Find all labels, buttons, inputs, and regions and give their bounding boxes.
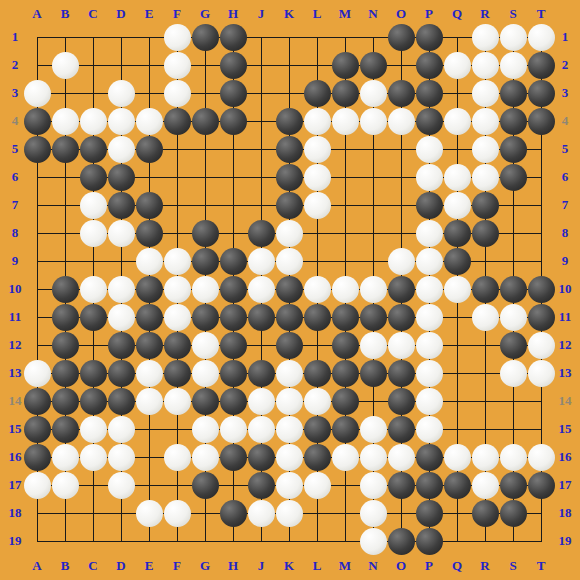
intersection-E6[interactable] (135, 163, 163, 191)
intersection-T3[interactable] (527, 79, 555, 107)
intersection-J7[interactable] (247, 191, 275, 219)
intersection-F16[interactable] (163, 443, 191, 471)
intersection-C7[interactable] (79, 191, 107, 219)
intersection-E19[interactable] (135, 527, 163, 555)
intersection-Q11[interactable] (443, 303, 471, 331)
intersection-J6[interactable] (247, 163, 275, 191)
intersection-P16[interactable] (415, 443, 443, 471)
intersection-L10[interactable] (303, 275, 331, 303)
intersection-D1[interactable] (107, 23, 135, 51)
intersection-D2[interactable] (107, 51, 135, 79)
intersection-S19[interactable] (499, 527, 527, 555)
intersection-B18[interactable] (51, 499, 79, 527)
intersection-H6[interactable] (219, 163, 247, 191)
intersection-E8[interactable] (135, 219, 163, 247)
intersection-A11[interactable] (23, 303, 51, 331)
intersection-J18[interactable] (247, 499, 275, 527)
intersection-D9[interactable] (107, 247, 135, 275)
intersection-Q6[interactable] (443, 163, 471, 191)
intersection-Q1[interactable] (443, 23, 471, 51)
intersection-G8[interactable] (191, 219, 219, 247)
intersection-D12[interactable] (107, 331, 135, 359)
intersection-F12[interactable] (163, 331, 191, 359)
intersection-R14[interactable] (471, 387, 499, 415)
intersection-K8[interactable] (275, 219, 303, 247)
intersection-M5[interactable] (331, 135, 359, 163)
intersection-P5[interactable] (415, 135, 443, 163)
intersection-A19[interactable] (23, 527, 51, 555)
intersection-P18[interactable] (415, 499, 443, 527)
intersection-C13[interactable] (79, 359, 107, 387)
intersection-R10[interactable] (471, 275, 499, 303)
intersection-P7[interactable] (415, 191, 443, 219)
intersection-O4[interactable] (387, 107, 415, 135)
intersection-P17[interactable] (415, 471, 443, 499)
intersection-M6[interactable] (331, 163, 359, 191)
intersection-F4[interactable] (163, 107, 191, 135)
intersection-H18[interactable] (219, 499, 247, 527)
intersection-G5[interactable] (191, 135, 219, 163)
intersection-H1[interactable] (219, 23, 247, 51)
intersection-F5[interactable] (163, 135, 191, 163)
intersection-Q10[interactable] (443, 275, 471, 303)
intersection-D7[interactable] (107, 191, 135, 219)
intersection-C16[interactable] (79, 443, 107, 471)
intersection-A8[interactable] (23, 219, 51, 247)
intersection-G12[interactable] (191, 331, 219, 359)
intersection-N5[interactable] (359, 135, 387, 163)
intersection-A3[interactable] (23, 79, 51, 107)
intersection-D18[interactable] (107, 499, 135, 527)
intersection-P19[interactable] (415, 527, 443, 555)
intersection-A17[interactable] (23, 471, 51, 499)
intersection-A18[interactable] (23, 499, 51, 527)
intersection-L4[interactable] (303, 107, 331, 135)
intersection-E2[interactable] (135, 51, 163, 79)
intersection-P10[interactable] (415, 275, 443, 303)
intersection-G7[interactable] (191, 191, 219, 219)
intersection-M7[interactable] (331, 191, 359, 219)
intersection-A6[interactable] (23, 163, 51, 191)
intersection-O15[interactable] (387, 415, 415, 443)
intersection-F7[interactable] (163, 191, 191, 219)
intersection-E15[interactable] (135, 415, 163, 443)
intersection-P2[interactable] (415, 51, 443, 79)
intersection-E4[interactable] (135, 107, 163, 135)
intersection-L14[interactable] (303, 387, 331, 415)
intersection-S15[interactable] (499, 415, 527, 443)
intersection-P8[interactable] (415, 219, 443, 247)
intersection-A7[interactable] (23, 191, 51, 219)
intersection-G18[interactable] (191, 499, 219, 527)
intersection-S3[interactable] (499, 79, 527, 107)
intersection-N18[interactable] (359, 499, 387, 527)
intersection-Q19[interactable] (443, 527, 471, 555)
intersection-R5[interactable] (471, 135, 499, 163)
intersection-C14[interactable] (79, 387, 107, 415)
intersection-C8[interactable] (79, 219, 107, 247)
intersection-N3[interactable] (359, 79, 387, 107)
intersection-R12[interactable] (471, 331, 499, 359)
intersection-H17[interactable] (219, 471, 247, 499)
intersection-K7[interactable] (275, 191, 303, 219)
intersection-Q9[interactable] (443, 247, 471, 275)
intersection-N7[interactable] (359, 191, 387, 219)
intersection-E17[interactable] (135, 471, 163, 499)
intersection-M17[interactable] (331, 471, 359, 499)
intersection-G1[interactable] (191, 23, 219, 51)
intersection-F9[interactable] (163, 247, 191, 275)
intersection-K19[interactable] (275, 527, 303, 555)
intersection-S4[interactable] (499, 107, 527, 135)
intersection-G4[interactable] (191, 107, 219, 135)
intersection-J4[interactable] (247, 107, 275, 135)
intersection-F15[interactable] (163, 415, 191, 443)
intersection-H14[interactable] (219, 387, 247, 415)
intersection-T6[interactable] (527, 163, 555, 191)
intersection-B1[interactable] (51, 23, 79, 51)
intersection-R2[interactable] (471, 51, 499, 79)
intersection-D13[interactable] (107, 359, 135, 387)
intersection-M4[interactable] (331, 107, 359, 135)
intersection-H9[interactable] (219, 247, 247, 275)
intersection-H13[interactable] (219, 359, 247, 387)
intersection-O19[interactable] (387, 527, 415, 555)
intersection-T7[interactable] (527, 191, 555, 219)
intersection-C4[interactable] (79, 107, 107, 135)
intersection-P14[interactable] (415, 387, 443, 415)
intersection-K4[interactable] (275, 107, 303, 135)
intersection-H8[interactable] (219, 219, 247, 247)
intersection-T12[interactable] (527, 331, 555, 359)
intersection-S6[interactable] (499, 163, 527, 191)
intersection-N8[interactable] (359, 219, 387, 247)
intersection-L16[interactable] (303, 443, 331, 471)
intersection-E7[interactable] (135, 191, 163, 219)
intersection-R4[interactable] (471, 107, 499, 135)
intersection-G6[interactable] (191, 163, 219, 191)
intersection-E5[interactable] (135, 135, 163, 163)
intersection-M2[interactable] (331, 51, 359, 79)
intersection-T5[interactable] (527, 135, 555, 163)
intersection-H11[interactable] (219, 303, 247, 331)
intersection-S9[interactable] (499, 247, 527, 275)
intersection-G2[interactable] (191, 51, 219, 79)
intersection-O14[interactable] (387, 387, 415, 415)
intersection-H19[interactable] (219, 527, 247, 555)
intersection-C1[interactable] (79, 23, 107, 51)
intersection-N15[interactable] (359, 415, 387, 443)
intersection-J16[interactable] (247, 443, 275, 471)
intersection-A16[interactable] (23, 443, 51, 471)
intersection-P13[interactable] (415, 359, 443, 387)
intersection-J12[interactable] (247, 331, 275, 359)
intersection-S16[interactable] (499, 443, 527, 471)
intersection-M3[interactable] (331, 79, 359, 107)
intersection-C6[interactable] (79, 163, 107, 191)
intersection-S14[interactable] (499, 387, 527, 415)
intersection-E11[interactable] (135, 303, 163, 331)
intersection-M8[interactable] (331, 219, 359, 247)
intersection-O2[interactable] (387, 51, 415, 79)
intersection-E1[interactable] (135, 23, 163, 51)
intersection-H7[interactable] (219, 191, 247, 219)
intersection-B17[interactable] (51, 471, 79, 499)
intersection-M9[interactable] (331, 247, 359, 275)
intersection-J13[interactable] (247, 359, 275, 387)
intersection-R3[interactable] (471, 79, 499, 107)
intersection-G14[interactable] (191, 387, 219, 415)
intersection-R19[interactable] (471, 527, 499, 555)
intersection-S5[interactable] (499, 135, 527, 163)
intersection-S7[interactable] (499, 191, 527, 219)
intersection-D8[interactable] (107, 219, 135, 247)
intersection-P9[interactable] (415, 247, 443, 275)
intersection-K16[interactable] (275, 443, 303, 471)
intersection-R16[interactable] (471, 443, 499, 471)
intersection-M15[interactable] (331, 415, 359, 443)
intersection-T18[interactable] (527, 499, 555, 527)
intersection-B8[interactable] (51, 219, 79, 247)
intersection-L18[interactable] (303, 499, 331, 527)
intersection-K1[interactable] (275, 23, 303, 51)
intersection-F6[interactable] (163, 163, 191, 191)
intersection-S10[interactable] (499, 275, 527, 303)
intersection-A4[interactable] (23, 107, 51, 135)
intersection-O9[interactable] (387, 247, 415, 275)
intersection-O6[interactable] (387, 163, 415, 191)
intersection-M19[interactable] (331, 527, 359, 555)
intersection-M13[interactable] (331, 359, 359, 387)
intersection-M10[interactable] (331, 275, 359, 303)
intersection-T13[interactable] (527, 359, 555, 387)
intersection-L3[interactable] (303, 79, 331, 107)
intersection-J9[interactable] (247, 247, 275, 275)
intersection-K18[interactable] (275, 499, 303, 527)
intersection-O7[interactable] (387, 191, 415, 219)
intersection-L6[interactable] (303, 163, 331, 191)
intersection-K2[interactable] (275, 51, 303, 79)
intersection-F17[interactable] (163, 471, 191, 499)
intersection-A13[interactable] (23, 359, 51, 387)
intersection-B16[interactable] (51, 443, 79, 471)
intersection-K6[interactable] (275, 163, 303, 191)
intersection-D6[interactable] (107, 163, 135, 191)
intersection-S2[interactable] (499, 51, 527, 79)
intersection-B19[interactable] (51, 527, 79, 555)
intersection-Q12[interactable] (443, 331, 471, 359)
intersection-O12[interactable] (387, 331, 415, 359)
intersection-B3[interactable] (51, 79, 79, 107)
intersection-M11[interactable] (331, 303, 359, 331)
intersection-G19[interactable] (191, 527, 219, 555)
intersection-F3[interactable] (163, 79, 191, 107)
intersection-H16[interactable] (219, 443, 247, 471)
intersection-S13[interactable] (499, 359, 527, 387)
intersection-R7[interactable] (471, 191, 499, 219)
intersection-F13[interactable] (163, 359, 191, 387)
intersection-T9[interactable] (527, 247, 555, 275)
intersection-Q7[interactable] (443, 191, 471, 219)
intersection-F2[interactable] (163, 51, 191, 79)
board-intersections[interactable] (23, 23, 555, 555)
intersection-L15[interactable] (303, 415, 331, 443)
intersection-J11[interactable] (247, 303, 275, 331)
intersection-Q14[interactable] (443, 387, 471, 415)
intersection-T17[interactable] (527, 471, 555, 499)
intersection-R8[interactable] (471, 219, 499, 247)
intersection-D10[interactable] (107, 275, 135, 303)
intersection-F10[interactable] (163, 275, 191, 303)
intersection-S18[interactable] (499, 499, 527, 527)
intersection-N6[interactable] (359, 163, 387, 191)
intersection-L12[interactable] (303, 331, 331, 359)
intersection-R15[interactable] (471, 415, 499, 443)
intersection-C11[interactable] (79, 303, 107, 331)
intersection-B5[interactable] (51, 135, 79, 163)
intersection-J8[interactable] (247, 219, 275, 247)
intersection-P3[interactable] (415, 79, 443, 107)
intersection-T10[interactable] (527, 275, 555, 303)
intersection-O11[interactable] (387, 303, 415, 331)
intersection-B14[interactable] (51, 387, 79, 415)
intersection-K11[interactable] (275, 303, 303, 331)
intersection-N12[interactable] (359, 331, 387, 359)
intersection-G9[interactable] (191, 247, 219, 275)
intersection-M12[interactable] (331, 331, 359, 359)
intersection-C5[interactable] (79, 135, 107, 163)
intersection-T4[interactable] (527, 107, 555, 135)
intersection-L11[interactable] (303, 303, 331, 331)
intersection-G16[interactable] (191, 443, 219, 471)
intersection-A12[interactable] (23, 331, 51, 359)
intersection-D3[interactable] (107, 79, 135, 107)
intersection-P1[interactable] (415, 23, 443, 51)
intersection-C3[interactable] (79, 79, 107, 107)
intersection-R18[interactable] (471, 499, 499, 527)
intersection-L2[interactable] (303, 51, 331, 79)
intersection-F14[interactable] (163, 387, 191, 415)
intersection-R9[interactable] (471, 247, 499, 275)
intersection-K9[interactable] (275, 247, 303, 275)
intersection-K13[interactable] (275, 359, 303, 387)
intersection-M14[interactable] (331, 387, 359, 415)
intersection-R11[interactable] (471, 303, 499, 331)
intersection-L7[interactable] (303, 191, 331, 219)
intersection-D14[interactable] (107, 387, 135, 415)
intersection-H12[interactable] (219, 331, 247, 359)
intersection-P11[interactable] (415, 303, 443, 331)
intersection-N4[interactable] (359, 107, 387, 135)
intersection-O17[interactable] (387, 471, 415, 499)
intersection-Q8[interactable] (443, 219, 471, 247)
intersection-K17[interactable] (275, 471, 303, 499)
intersection-Q16[interactable] (443, 443, 471, 471)
intersection-G11[interactable] (191, 303, 219, 331)
intersection-S12[interactable] (499, 331, 527, 359)
intersection-C15[interactable] (79, 415, 107, 443)
intersection-O8[interactable] (387, 219, 415, 247)
intersection-E13[interactable] (135, 359, 163, 387)
intersection-H15[interactable] (219, 415, 247, 443)
intersection-L17[interactable] (303, 471, 331, 499)
intersection-N13[interactable] (359, 359, 387, 387)
intersection-C18[interactable] (79, 499, 107, 527)
intersection-M1[interactable] (331, 23, 359, 51)
intersection-G3[interactable] (191, 79, 219, 107)
intersection-P12[interactable] (415, 331, 443, 359)
intersection-N2[interactable] (359, 51, 387, 79)
intersection-O3[interactable] (387, 79, 415, 107)
intersection-B4[interactable] (51, 107, 79, 135)
intersection-S8[interactable] (499, 219, 527, 247)
intersection-Q13[interactable] (443, 359, 471, 387)
intersection-N9[interactable] (359, 247, 387, 275)
intersection-E10[interactable] (135, 275, 163, 303)
intersection-N19[interactable] (359, 527, 387, 555)
intersection-R6[interactable] (471, 163, 499, 191)
intersection-E3[interactable] (135, 79, 163, 107)
intersection-T19[interactable] (527, 527, 555, 555)
intersection-F8[interactable] (163, 219, 191, 247)
intersection-C19[interactable] (79, 527, 107, 555)
intersection-L8[interactable] (303, 219, 331, 247)
intersection-H2[interactable] (219, 51, 247, 79)
intersection-J3[interactable] (247, 79, 275, 107)
intersection-T1[interactable] (527, 23, 555, 51)
intersection-F11[interactable] (163, 303, 191, 331)
intersection-P4[interactable] (415, 107, 443, 135)
intersection-M18[interactable] (331, 499, 359, 527)
intersection-Q18[interactable] (443, 499, 471, 527)
intersection-L13[interactable] (303, 359, 331, 387)
intersection-D17[interactable] (107, 471, 135, 499)
intersection-D15[interactable] (107, 415, 135, 443)
intersection-D4[interactable] (107, 107, 135, 135)
intersection-J19[interactable] (247, 527, 275, 555)
intersection-Q5[interactable] (443, 135, 471, 163)
intersection-N17[interactable] (359, 471, 387, 499)
intersection-E14[interactable] (135, 387, 163, 415)
intersection-S1[interactable] (499, 23, 527, 51)
intersection-J2[interactable] (247, 51, 275, 79)
intersection-H3[interactable] (219, 79, 247, 107)
intersection-K14[interactable] (275, 387, 303, 415)
intersection-J17[interactable] (247, 471, 275, 499)
intersection-T16[interactable] (527, 443, 555, 471)
intersection-B2[interactable] (51, 51, 79, 79)
intersection-A10[interactable] (23, 275, 51, 303)
intersection-A5[interactable] (23, 135, 51, 163)
intersection-J1[interactable] (247, 23, 275, 51)
intersection-N16[interactable] (359, 443, 387, 471)
intersection-B13[interactable] (51, 359, 79, 387)
intersection-B6[interactable] (51, 163, 79, 191)
intersection-N10[interactable] (359, 275, 387, 303)
intersection-D11[interactable] (107, 303, 135, 331)
intersection-H10[interactable] (219, 275, 247, 303)
intersection-O16[interactable] (387, 443, 415, 471)
intersection-H4[interactable] (219, 107, 247, 135)
intersection-Q4[interactable] (443, 107, 471, 135)
intersection-G13[interactable] (191, 359, 219, 387)
intersection-K5[interactable] (275, 135, 303, 163)
intersection-F19[interactable] (163, 527, 191, 555)
intersection-S11[interactable] (499, 303, 527, 331)
intersection-T2[interactable] (527, 51, 555, 79)
intersection-E18[interactable] (135, 499, 163, 527)
intersection-B7[interactable] (51, 191, 79, 219)
